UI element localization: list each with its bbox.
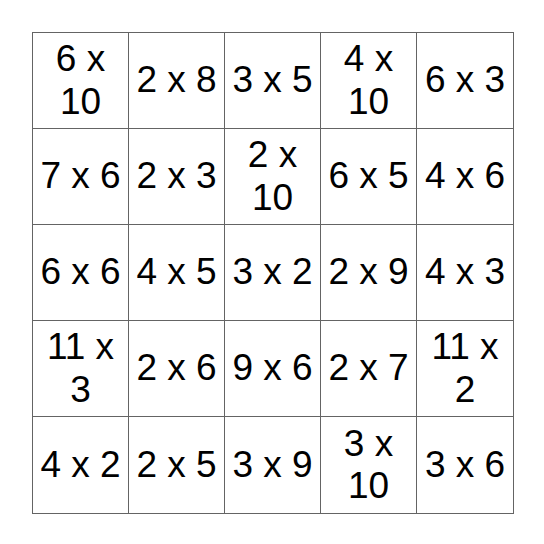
- grid-cell-r5c1[interactable]: 4 x 2: [33, 417, 129, 513]
- grid-cell-r2c3[interactable]: 2 x 10: [225, 129, 321, 225]
- grid-cell-r1c1[interactable]: 6 x 10: [33, 33, 129, 129]
- grid-cell-r3c5[interactable]: 4 x 3: [417, 225, 513, 321]
- grid-cell-r1c3[interactable]: 3 x 5: [225, 33, 321, 129]
- grid-cell-r5c2[interactable]: 2 x 5: [129, 417, 225, 513]
- grid-cell-r3c3[interactable]: 3 x 2: [225, 225, 321, 321]
- grid-cell-r4c4[interactable]: 2 x 7: [321, 321, 417, 417]
- grid-cell-r4c3[interactable]: 9 x 6: [225, 321, 321, 417]
- grid-cell-r2c1[interactable]: 7 x 6: [33, 129, 129, 225]
- grid-cell-r1c2[interactable]: 2 x 8: [129, 33, 225, 129]
- grid-cell-r5c4[interactable]: 3 x 10: [321, 417, 417, 513]
- grid-cell-r4c1[interactable]: 11 x 3: [33, 321, 129, 417]
- grid-cell-r2c4[interactable]: 6 x 5: [321, 129, 417, 225]
- grid-cell-r2c5[interactable]: 4 x 6: [417, 129, 513, 225]
- grid-cell-r5c5[interactable]: 3 x 6: [417, 417, 513, 513]
- grid-cell-r3c4[interactable]: 2 x 9: [321, 225, 417, 321]
- grid-cell-r3c2[interactable]: 4 x 5: [129, 225, 225, 321]
- grid-cell-r2c2[interactable]: 2 x 3: [129, 129, 225, 225]
- grid-cell-r4c5[interactable]: 11 x 2: [417, 321, 513, 417]
- grid-cell-r4c2[interactable]: 2 x 6: [129, 321, 225, 417]
- grid-cell-r1c4[interactable]: 4 x 10: [321, 33, 417, 129]
- grid-cell-r1c5[interactable]: 6 x 3: [417, 33, 513, 129]
- bingo-board: 6 x 102 x 83 x 54 x 106 x 37 x 62 x 32 x…: [32, 32, 514, 514]
- grid-cell-r5c3[interactable]: 3 x 9: [225, 417, 321, 513]
- grid-cell-r3c1[interactable]: 6 x 6: [33, 225, 129, 321]
